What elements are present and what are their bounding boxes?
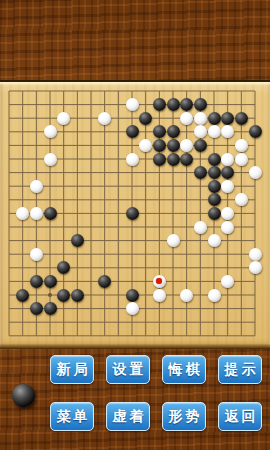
black-stone xyxy=(44,207,57,220)
black-stone xyxy=(44,275,57,288)
white-stone xyxy=(249,166,262,179)
black-stone xyxy=(30,275,43,288)
go-board[interactable] xyxy=(0,80,270,348)
black-stone xyxy=(126,207,139,220)
black-stone xyxy=(167,98,180,111)
white-stone xyxy=(235,153,248,166)
undo-button[interactable]: 悔棋 xyxy=(162,355,206,384)
black-stone xyxy=(57,289,70,302)
white-stone xyxy=(221,207,234,220)
black-stone xyxy=(167,139,180,152)
white-stone xyxy=(30,207,43,220)
black-stone xyxy=(71,234,84,247)
white-stone xyxy=(208,234,221,247)
black-stone xyxy=(30,302,43,315)
white-stone xyxy=(126,302,139,315)
button-row-top: 新局 设置 悔棋 提示 xyxy=(50,355,262,384)
black-stone xyxy=(208,153,221,166)
white-stone xyxy=(194,112,207,125)
white-stone xyxy=(194,221,207,234)
white-stone xyxy=(30,248,43,261)
menu-button[interactable]: 菜单 xyxy=(50,402,94,431)
black-stone xyxy=(167,125,180,138)
black-stone xyxy=(208,180,221,193)
white-stone xyxy=(126,98,139,111)
white-stone xyxy=(180,139,193,152)
white-stone xyxy=(44,153,57,166)
back-button[interactable]: 返回 xyxy=(218,402,262,431)
white-stone xyxy=(249,261,262,274)
black-stone xyxy=(208,112,221,125)
white-stone xyxy=(30,180,43,193)
white-stone xyxy=(153,289,166,302)
black-stone xyxy=(153,98,166,111)
app-screen: 新局 设置 悔棋 提示 菜单 虚着 形势 返回 xyxy=(0,0,270,450)
black-stone xyxy=(249,125,262,138)
black-stone xyxy=(180,153,193,166)
black-stone xyxy=(208,193,221,206)
black-stone xyxy=(194,98,207,111)
black-stone xyxy=(98,275,111,288)
white-stone xyxy=(98,112,111,125)
black-stone xyxy=(208,166,221,179)
white-stone xyxy=(208,125,221,138)
black-stone xyxy=(44,302,57,315)
white-stone xyxy=(139,139,152,152)
black-stone xyxy=(16,289,29,302)
black-stone xyxy=(126,289,139,302)
black-stone xyxy=(235,112,248,125)
white-stone xyxy=(167,234,180,247)
white-stone xyxy=(221,153,234,166)
black-stone xyxy=(194,166,207,179)
black-stone xyxy=(153,153,166,166)
settings-button[interactable]: 设置 xyxy=(106,355,150,384)
new-game-button[interactable]: 新局 xyxy=(50,355,94,384)
black-stone xyxy=(167,153,180,166)
black-stone xyxy=(139,112,152,125)
white-stone xyxy=(221,221,234,234)
decorative-black-stone xyxy=(12,384,35,407)
white-stone xyxy=(44,125,57,138)
white-stone xyxy=(180,289,193,302)
white-stone xyxy=(221,180,234,193)
white-stone xyxy=(208,289,221,302)
white-stone xyxy=(57,112,70,125)
black-stone xyxy=(221,112,234,125)
black-stone xyxy=(71,289,84,302)
black-stone xyxy=(153,139,166,152)
pass-button[interactable]: 虚着 xyxy=(106,402,150,431)
situation-button[interactable]: 形势 xyxy=(162,402,206,431)
white-stone xyxy=(249,248,262,261)
hint-button[interactable]: 提示 xyxy=(218,355,262,384)
black-stone xyxy=(208,207,221,220)
black-stone xyxy=(126,125,139,138)
white-stone xyxy=(221,275,234,288)
button-row-bottom: 菜单 虚着 形势 返回 xyxy=(50,402,262,431)
white-stone xyxy=(235,139,248,152)
white-stone xyxy=(126,153,139,166)
white-stone xyxy=(16,207,29,220)
black-stone xyxy=(194,139,207,152)
white-stone xyxy=(180,112,193,125)
